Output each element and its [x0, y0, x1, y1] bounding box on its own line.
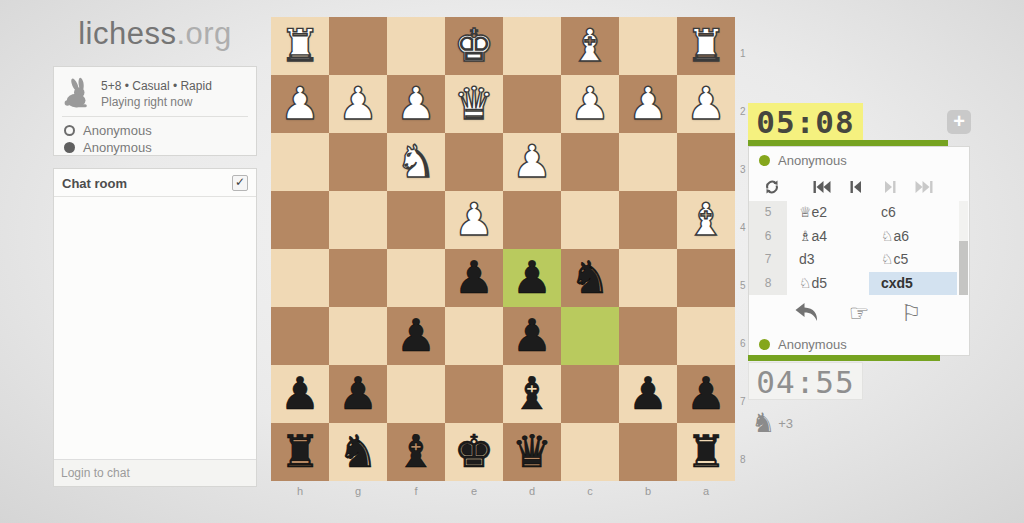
white-player-icon	[64, 125, 75, 136]
white-pawn-piece: ♟	[561, 75, 619, 133]
black-rook-piece: ♜	[677, 423, 735, 481]
square-b1[interactable]	[619, 17, 677, 75]
move-number-8: 8	[749, 272, 787, 296]
square-f1[interactable]	[387, 17, 445, 75]
white-queen-piece: ♛	[445, 75, 503, 133]
square-h4[interactable]	[271, 191, 329, 249]
captured-pieces-tray: ♞ +3	[751, 407, 793, 439]
white-bishop-piece: ♝	[561, 17, 619, 75]
give-more-time-button[interactable]: +	[947, 110, 971, 134]
first-move-icon[interactable]	[805, 176, 839, 198]
captured-knight-icon: ♞	[751, 407, 775, 439]
lichess-logo[interactable]: lichess.org	[53, 16, 257, 52]
white-pawn-piece: ♟	[677, 75, 735, 133]
move-navigation	[749, 173, 969, 201]
move-number-7: 7	[749, 248, 787, 272]
square-d5[interactable]: ♟	[503, 249, 561, 307]
white-pawn-piece: ♟	[445, 191, 503, 249]
rank-label-1: 1	[740, 17, 754, 75]
file-label-h: h	[271, 485, 329, 497]
next-move-icon[interactable]	[873, 176, 907, 198]
player-name: Anonymous	[778, 337, 847, 352]
logo-tld: .org	[176, 16, 231, 51]
square-g3[interactable]	[329, 133, 387, 191]
player-clock: 04:55	[748, 362, 863, 400]
square-b5[interactable]	[619, 249, 677, 307]
black-knight-piece: ♞	[329, 423, 387, 481]
square-d1[interactable]	[503, 17, 561, 75]
square-d7[interactable]: ♝	[503, 365, 561, 423]
black-pawn-piece: ♟	[619, 365, 677, 423]
square-h1[interactable]: ♜	[271, 17, 329, 75]
square-c1[interactable]: ♝	[561, 17, 619, 75]
last-move-icon[interactable]	[907, 176, 941, 198]
square-d6[interactable]: ♟	[503, 307, 561, 365]
player-row: Anonymous	[749, 331, 969, 357]
white-pawn-piece: ♟	[619, 75, 677, 133]
move-row-6: 6♗a4♘a6	[749, 225, 969, 249]
square-f2[interactable]: ♟	[387, 75, 445, 133]
square-a4[interactable]: ♝	[677, 191, 735, 249]
square-g8[interactable]: ♞	[329, 423, 387, 481]
resign-flag-icon[interactable]: ⚐	[885, 300, 937, 326]
file-label-e: e	[445, 485, 503, 497]
file-label-b: b	[619, 485, 677, 497]
file-label-f: f	[387, 485, 445, 497]
square-d3[interactable]: ♟	[503, 133, 561, 191]
square-b2[interactable]: ♟	[619, 75, 677, 133]
square-b3[interactable]	[619, 133, 677, 191]
black-pawn-piece: ♟	[329, 365, 387, 423]
chess-board: ♜♚♝♜♟♟♟♛♟♟♟♞♟♟♝♟♟♞♟♟♟♟♝♟♟♜♞♝♚♛♜	[271, 17, 735, 481]
black-pawn-piece: ♟	[445, 249, 503, 307]
black-player-row: Anonymous	[54, 139, 256, 156]
square-g6[interactable]	[329, 307, 387, 365]
square-f8[interactable]: ♝	[387, 423, 445, 481]
black-rook-piece: ♜	[271, 423, 329, 481]
white-rook-piece: ♜	[271, 17, 329, 75]
white-pawn-piece: ♟	[387, 75, 445, 133]
file-label-a: a	[677, 485, 735, 497]
game-status-label: Playing right now	[101, 94, 212, 110]
offer-draw-hand-icon[interactable]: ☞	[833, 300, 885, 326]
move-row-8: 8♘d5cxd5	[749, 272, 969, 296]
opponent-online-dot	[759, 155, 770, 166]
move-list: 5♕e2c66♗a4♘a67d3♘c58♘d5cxd5	[749, 201, 969, 295]
black-bishop-piece: ♝	[503, 365, 561, 423]
white-bishop-piece: ♝	[677, 191, 735, 249]
file-label-c: c	[561, 485, 619, 497]
square-g2[interactable]: ♟	[329, 75, 387, 133]
logo-main: lichess	[78, 16, 176, 51]
move-number-5: 5	[749, 201, 787, 225]
black-king-piece: ♚	[445, 423, 503, 481]
square-e8[interactable]: ♚	[445, 423, 503, 481]
square-g5[interactable]	[329, 249, 387, 307]
square-c6[interactable]	[561, 307, 619, 365]
chat-room-box: Chat room ✓ Login to chat	[53, 168, 257, 487]
opponent-row: Anonymous	[749, 147, 969, 173]
white-player-row: Anonymous	[54, 122, 256, 139]
square-h8[interactable]: ♜	[271, 423, 329, 481]
opponent-name: Anonymous	[778, 153, 847, 168]
white-pawn-piece: ♟	[271, 75, 329, 133]
white-king-piece: ♚	[445, 17, 503, 75]
black-knight-piece: ♞	[561, 249, 619, 307]
move-list-scrollbar-thumb[interactable]	[959, 241, 968, 295]
move-row-5: 5♕e2c6	[749, 201, 969, 225]
square-h6[interactable]	[271, 307, 329, 365]
previous-move-icon[interactable]	[839, 176, 873, 198]
white-pawn-piece: ♟	[503, 133, 561, 191]
login-to-chat-button[interactable]: Login to chat	[54, 459, 256, 486]
game-actions: ☞ ⚐	[749, 295, 969, 331]
white-pawn-piece: ♟	[329, 75, 387, 133]
black-bishop-piece: ♝	[387, 423, 445, 481]
square-c7[interactable]	[561, 365, 619, 423]
square-d4[interactable]	[503, 191, 561, 249]
square-a3[interactable]	[677, 133, 735, 191]
square-e4[interactable]: ♟	[445, 191, 503, 249]
white-knight-piece: ♞	[387, 133, 445, 191]
move-row-7: 7d3♘c5	[749, 248, 969, 272]
move-6-black[interactable]: ♘a6	[869, 225, 957, 249]
square-e5[interactable]: ♟	[445, 249, 503, 307]
move-7-black[interactable]: ♘c5	[869, 248, 957, 272]
square-e1[interactable]: ♚	[445, 17, 503, 75]
move-7-white[interactable]: d3	[787, 248, 869, 272]
white-rook-piece: ♜	[677, 17, 735, 75]
move-5-white[interactable]: ♕e2	[787, 201, 869, 225]
square-c3[interactable]	[561, 133, 619, 191]
file-label-d: d	[503, 485, 561, 497]
square-d8[interactable]: ♛	[503, 423, 561, 481]
black-pawn-piece: ♟	[387, 307, 445, 365]
material-advantage: +3	[778, 416, 793, 431]
black-pawn-piece: ♟	[503, 307, 561, 365]
square-c8[interactable]	[561, 423, 619, 481]
black-player-name: Anonymous	[83, 140, 152, 155]
square-h3[interactable]	[271, 133, 329, 191]
move-6-white[interactable]: ♗a4	[787, 225, 869, 249]
square-g4[interactable]	[329, 191, 387, 249]
move-8-white[interactable]: ♘d5	[787, 272, 869, 296]
square-f3[interactable]: ♞	[387, 133, 445, 191]
player-online-dot	[759, 339, 770, 350]
square-f5[interactable]	[387, 249, 445, 307]
square-f6[interactable]: ♟	[387, 307, 445, 365]
square-h5[interactable]	[271, 249, 329, 307]
flip-board-icon[interactable]	[755, 176, 789, 198]
black-player-icon	[64, 142, 75, 153]
move-5-black[interactable]: c6	[869, 201, 957, 225]
square-c2[interactable]: ♟	[561, 75, 619, 133]
square-e7[interactable]	[445, 365, 503, 423]
square-a6[interactable]	[677, 307, 735, 365]
square-c4[interactable]	[561, 191, 619, 249]
white-player-name: Anonymous	[83, 123, 152, 138]
game-side-panel: Anonymous	[748, 146, 970, 356]
time-control-label: 5+8 • Casual • Rapid	[101, 78, 212, 94]
square-f4[interactable]	[387, 191, 445, 249]
move-number-6: 6	[749, 225, 787, 249]
square-g7[interactable]: ♟	[329, 365, 387, 423]
opponent-clock: 05:08	[748, 103, 863, 141]
file-coordinates: hgfedcba	[271, 485, 735, 497]
square-a7[interactable]: ♟	[677, 365, 735, 423]
square-h7[interactable]: ♟	[271, 365, 329, 423]
square-b8[interactable]	[619, 423, 677, 481]
square-e2[interactable]: ♛	[445, 75, 503, 133]
square-b4[interactable]	[619, 191, 677, 249]
undo-arrow-icon	[794, 302, 820, 324]
square-f7[interactable]	[387, 365, 445, 423]
black-pawn-piece: ♟	[503, 249, 561, 307]
square-a8[interactable]: ♜	[677, 423, 735, 481]
square-h2[interactable]: ♟	[271, 75, 329, 133]
square-e6[interactable]	[445, 307, 503, 365]
square-e3[interactable]	[445, 133, 503, 191]
takeback-button[interactable]	[781, 302, 833, 324]
square-b6[interactable]	[619, 307, 677, 365]
rapid-rabbit-icon	[63, 76, 93, 110]
black-pawn-piece: ♟	[677, 365, 735, 423]
square-a2[interactable]: ♟	[677, 75, 735, 133]
square-a5[interactable]	[677, 249, 735, 307]
square-c5[interactable]: ♞	[561, 249, 619, 307]
chat-messages-area	[54, 197, 256, 459]
square-a1[interactable]: ♜	[677, 17, 735, 75]
square-d2[interactable]	[503, 75, 561, 133]
black-pawn-piece: ♟	[271, 365, 329, 423]
chat-toggle-checkbox[interactable]: ✓	[232, 175, 248, 191]
game-info-box: 5+8 • Casual • Rapid Playing right now A…	[53, 66, 257, 156]
info-divider	[62, 116, 248, 117]
player-time-bar	[748, 355, 940, 361]
file-label-g: g	[329, 485, 387, 497]
black-queen-piece: ♛	[503, 423, 561, 481]
move-8-black[interactable]: cxd5	[869, 272, 957, 296]
square-g1[interactable]	[329, 17, 387, 75]
square-b7[interactable]: ♟	[619, 365, 677, 423]
lichess-game-page: lichess.org 5+8 • Casual • Rapid Playing…	[0, 0, 1024, 523]
chat-room-title: Chat room	[62, 176, 127, 191]
